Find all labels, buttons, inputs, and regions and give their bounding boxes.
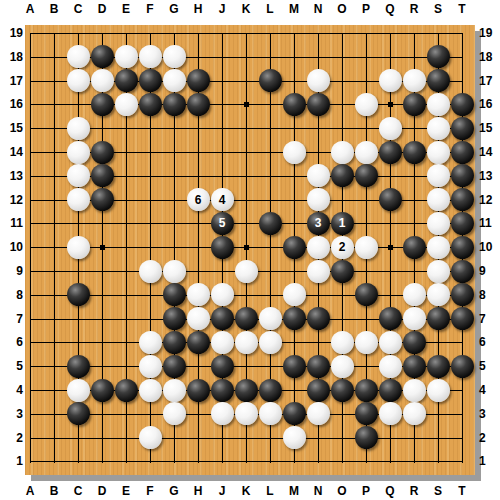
coord-label-col-C: C [66, 2, 90, 16]
coord-label-col-Q: Q [378, 2, 402, 16]
stone-black-O9 [331, 260, 354, 283]
stone-black-D16 [91, 93, 114, 116]
stone-black-Q12 [379, 188, 402, 211]
stone-white-N10 [307, 236, 330, 259]
stone-black-P13 [355, 164, 378, 187]
stone-white-S11 [427, 212, 450, 235]
stone-white-H8 [187, 283, 210, 306]
coord-label-row-1: 1 [0, 454, 23, 468]
coord-label-row-8: 8 [479, 288, 500, 302]
coord-label-row-12: 12 [479, 193, 500, 207]
coord-label-row-18: 18 [0, 50, 23, 64]
stone-white-R7 [403, 307, 426, 330]
coord-label-row-3: 3 [479, 407, 500, 421]
stone-white-F5 [139, 355, 162, 378]
star-point [388, 245, 393, 250]
stone-white-R8 [403, 283, 426, 306]
stone-black-R6 [403, 331, 426, 354]
star-point [388, 102, 393, 107]
coord-label-row-4: 4 [479, 383, 500, 397]
coord-label-col-A: A [18, 484, 42, 498]
move-number-label: 4 [219, 194, 226, 206]
coord-label-col-Q: Q [378, 484, 402, 498]
coord-label-col-K: K [234, 484, 258, 498]
stone-black-J10 [211, 236, 234, 259]
stone-black-L4 [259, 379, 282, 402]
stone-white-D17 [91, 69, 114, 92]
coord-label-col-M: M [282, 2, 306, 16]
stone-black-P2 [355, 426, 378, 449]
stone-black-D4 [91, 379, 114, 402]
stone-white-C10 [67, 236, 90, 259]
stone-black-P3 [355, 402, 378, 425]
coord-label-row-19: 19 [0, 26, 23, 40]
stone-white-F4 [139, 379, 162, 402]
stone-black-S17 [427, 69, 450, 92]
coord-label-row-11: 11 [479, 216, 500, 230]
coord-label-col-R: R [402, 2, 426, 16]
stone-black-N4 [307, 379, 330, 402]
coord-label-col-L: L [258, 484, 282, 498]
coord-label-col-S: S [426, 484, 450, 498]
coord-label-col-C: C [66, 484, 90, 498]
stone-black-M10 [283, 236, 306, 259]
stone-white-E18 [115, 45, 138, 68]
coord-label-row-10: 10 [479, 240, 500, 254]
stone-black-T15 [451, 117, 474, 140]
stone-black-N7 [307, 307, 330, 330]
stone-white-Q17 [379, 69, 402, 92]
stone-white-O5 [331, 355, 354, 378]
stone-white-K6 [235, 331, 258, 354]
stone-white-C4 [67, 379, 90, 402]
coord-label-col-T: T [450, 2, 474, 16]
stone-black-T10 [451, 236, 474, 259]
stone-white-S10 [427, 236, 450, 259]
coord-label-row-13: 13 [479, 169, 500, 183]
stone-black-H16 [187, 93, 210, 116]
coord-label-col-F: F [138, 2, 162, 16]
stone-white-O10: 2 [331, 236, 354, 259]
stone-black-D13 [91, 164, 114, 187]
stone-black-G16 [163, 93, 186, 116]
coord-label-row-13: 13 [0, 169, 23, 183]
stone-white-J8 [211, 283, 234, 306]
stone-white-Q15 [379, 117, 402, 140]
coord-label-col-S: S [426, 2, 450, 16]
coord-label-col-P: P [354, 2, 378, 16]
stone-black-G6 [163, 331, 186, 354]
stone-black-O4 [331, 379, 354, 402]
coord-label-col-F: F [138, 484, 162, 498]
stone-white-O14 [331, 141, 354, 164]
move-number-label: 2 [339, 241, 346, 253]
stone-black-H6 [187, 331, 210, 354]
stone-white-G3 [163, 402, 186, 425]
coord-label-row-1: 1 [479, 454, 500, 468]
stone-white-F2 [139, 426, 162, 449]
stone-black-E17 [115, 69, 138, 92]
stone-white-J12: 4 [211, 188, 234, 211]
coord-label-row-16: 16 [479, 97, 500, 111]
stone-black-H17 [187, 69, 210, 92]
star-point [244, 245, 249, 250]
stone-black-K4 [235, 379, 258, 402]
coord-label-col-T: T [450, 484, 474, 498]
coord-label-row-12: 12 [0, 193, 23, 207]
stone-white-N9 [307, 260, 330, 283]
stone-white-G9 [163, 260, 186, 283]
go-board[interactable]: 645312 [25, 25, 475, 475]
coord-label-col-B: B [42, 484, 66, 498]
coord-label-col-D: D [90, 484, 114, 498]
stone-white-S15 [427, 117, 450, 140]
stone-white-N3 [307, 402, 330, 425]
stone-black-T12 [451, 188, 474, 211]
stone-black-T5 [451, 355, 474, 378]
stone-white-L3 [259, 402, 282, 425]
coord-label-col-A: A [18, 2, 42, 16]
stone-black-C3 [67, 402, 90, 425]
stone-black-M5 [283, 355, 306, 378]
coord-label-row-11: 11 [0, 216, 23, 230]
stone-white-C18 [67, 45, 90, 68]
stone-black-H4 [187, 379, 210, 402]
coord-label-row-17: 17 [479, 74, 500, 88]
coord-label-col-O: O [330, 484, 354, 498]
coord-label-row-7: 7 [0, 312, 23, 326]
stone-black-C8 [67, 283, 90, 306]
stone-white-C15 [67, 117, 90, 140]
stone-white-S12 [427, 188, 450, 211]
stone-black-F16 [139, 93, 162, 116]
stone-white-S16 [427, 93, 450, 116]
stone-white-R17 [403, 69, 426, 92]
stone-white-P16 [355, 93, 378, 116]
stone-black-T14 [451, 141, 474, 164]
stone-white-F9 [139, 260, 162, 283]
stone-white-N13 [307, 164, 330, 187]
stone-black-T9 [451, 260, 474, 283]
stone-black-N5 [307, 355, 330, 378]
coord-label-col-G: G [162, 484, 186, 498]
stone-white-J3 [211, 402, 234, 425]
coord-label-col-L: L [258, 2, 282, 16]
coord-label-row-18: 18 [479, 50, 500, 64]
stone-black-K7 [235, 307, 258, 330]
coord-label-row-2: 2 [0, 431, 23, 445]
coord-label-row-5: 5 [479, 359, 500, 373]
stone-white-Q6 [379, 331, 402, 354]
stone-black-S18 [427, 45, 450, 68]
stone-black-F17 [139, 69, 162, 92]
stone-black-T11 [451, 212, 474, 235]
move-number-label: 5 [219, 217, 226, 229]
stone-black-Q7 [379, 307, 402, 330]
stone-white-J6 [211, 331, 234, 354]
stone-black-M7 [283, 307, 306, 330]
stone-black-J7 [211, 307, 234, 330]
stone-white-R4 [403, 379, 426, 402]
coord-label-row-4: 4 [0, 383, 23, 397]
stone-white-S9 [427, 260, 450, 283]
stone-black-P8 [355, 283, 378, 306]
stone-white-G4 [163, 379, 186, 402]
stone-white-C14 [67, 141, 90, 164]
stone-black-T8 [451, 283, 474, 306]
coord-label-col-N: N [306, 484, 330, 498]
coord-label-row-19: 19 [479, 26, 500, 40]
coord-label-row-15: 15 [479, 121, 500, 135]
stone-black-T7 [451, 307, 474, 330]
coord-label-row-9: 9 [0, 264, 23, 278]
stone-white-P14 [355, 141, 378, 164]
stone-white-S4 [427, 379, 450, 402]
stone-white-M2 [283, 426, 306, 449]
move-number-label: 6 [195, 194, 202, 206]
stone-white-R3 [403, 402, 426, 425]
stone-black-J11: 5 [211, 212, 234, 235]
coord-label-col-O: O [330, 2, 354, 16]
stone-black-D14 [91, 141, 114, 164]
stone-black-Q4 [379, 379, 402, 402]
coord-label-row-15: 15 [0, 121, 23, 135]
stone-white-M8 [283, 283, 306, 306]
stone-white-L7 [259, 307, 282, 330]
stone-white-C13 [67, 164, 90, 187]
stone-black-P4 [355, 379, 378, 402]
stone-white-O6 [331, 331, 354, 354]
stone-black-T16 [451, 93, 474, 116]
stone-white-N17 [307, 69, 330, 92]
coord-label-row-7: 7 [479, 312, 500, 326]
stone-white-Q3 [379, 402, 402, 425]
coord-label-row-3: 3 [0, 407, 23, 421]
go-diagram: 645312 ABCDEFGHJKLMNOPQRST ABCDEFGHJKLMN… [0, 0, 500, 500]
coord-label-row-6: 6 [479, 335, 500, 349]
stone-black-R10 [403, 236, 426, 259]
stone-black-J4 [211, 379, 234, 402]
stone-white-E16 [115, 93, 138, 116]
stone-black-R14 [403, 141, 426, 164]
coord-label-col-N: N [306, 2, 330, 16]
stone-black-D12 [91, 188, 114, 211]
stone-white-K3 [235, 402, 258, 425]
stone-white-S13 [427, 164, 450, 187]
stone-black-G5 [163, 355, 186, 378]
stone-white-F18 [139, 45, 162, 68]
coord-label-row-10: 10 [0, 240, 23, 254]
move-number-label: 3 [315, 217, 322, 229]
stone-white-H7 [187, 307, 210, 330]
stone-black-D18 [91, 45, 114, 68]
coord-label-col-H: H [186, 2, 210, 16]
star-point [244, 102, 249, 107]
stone-black-O11: 1 [331, 212, 354, 235]
coord-label-col-D: D [90, 2, 114, 16]
stone-black-R5 [403, 355, 426, 378]
stone-black-S5 [427, 355, 450, 378]
stone-white-C17 [67, 69, 90, 92]
stone-black-M3 [283, 402, 306, 425]
coord-label-row-14: 14 [0, 145, 23, 159]
stone-white-H12: 6 [187, 188, 210, 211]
stone-black-N11: 3 [307, 212, 330, 235]
coord-label-col-G: G [162, 2, 186, 16]
coord-label-row-2: 2 [479, 431, 500, 445]
stone-white-L6 [259, 331, 282, 354]
coord-label-row-5: 5 [0, 359, 23, 373]
coord-label-row-17: 17 [0, 74, 23, 88]
stone-white-S14 [427, 141, 450, 164]
stone-black-R16 [403, 93, 426, 116]
stone-white-C12 [67, 188, 90, 211]
coord-label-col-J: J [210, 484, 234, 498]
stone-white-N12 [307, 188, 330, 211]
stone-black-L17 [259, 69, 282, 92]
stone-black-N16 [307, 93, 330, 116]
coord-label-row-9: 9 [479, 264, 500, 278]
stone-black-T13 [451, 164, 474, 187]
stone-white-G18 [163, 45, 186, 68]
stone-black-S7 [427, 307, 450, 330]
coord-label-col-H: H [186, 484, 210, 498]
star-point [100, 245, 105, 250]
stone-white-P10 [355, 236, 378, 259]
stone-white-K9 [235, 260, 258, 283]
stone-black-M16 [283, 93, 306, 116]
coord-label-row-16: 16 [0, 97, 23, 111]
stone-white-G17 [163, 69, 186, 92]
coord-label-col-P: P [354, 484, 378, 498]
coord-label-row-6: 6 [0, 335, 23, 349]
coord-label-col-B: B [42, 2, 66, 16]
stone-white-Q5 [379, 355, 402, 378]
coord-label-col-E: E [114, 484, 138, 498]
stone-white-F6 [139, 331, 162, 354]
stone-black-G7 [163, 307, 186, 330]
coord-label-col-J: J [210, 2, 234, 16]
move-number-label: 1 [339, 217, 346, 229]
coord-label-col-M: M [282, 484, 306, 498]
stone-black-O13 [331, 164, 354, 187]
stone-white-M14 [283, 141, 306, 164]
coord-label-row-14: 14 [479, 145, 500, 159]
stone-black-L11 [259, 212, 282, 235]
stone-black-J5 [211, 355, 234, 378]
stone-white-P6 [355, 331, 378, 354]
coord-label-row-8: 8 [0, 288, 23, 302]
stone-black-G8 [163, 283, 186, 306]
coord-label-col-R: R [402, 484, 426, 498]
coord-label-col-K: K [234, 2, 258, 16]
stone-white-S8 [427, 283, 450, 306]
stone-black-Q14 [379, 141, 402, 164]
stone-black-E4 [115, 379, 138, 402]
stone-black-C5 [67, 355, 90, 378]
coord-label-col-E: E [114, 2, 138, 16]
